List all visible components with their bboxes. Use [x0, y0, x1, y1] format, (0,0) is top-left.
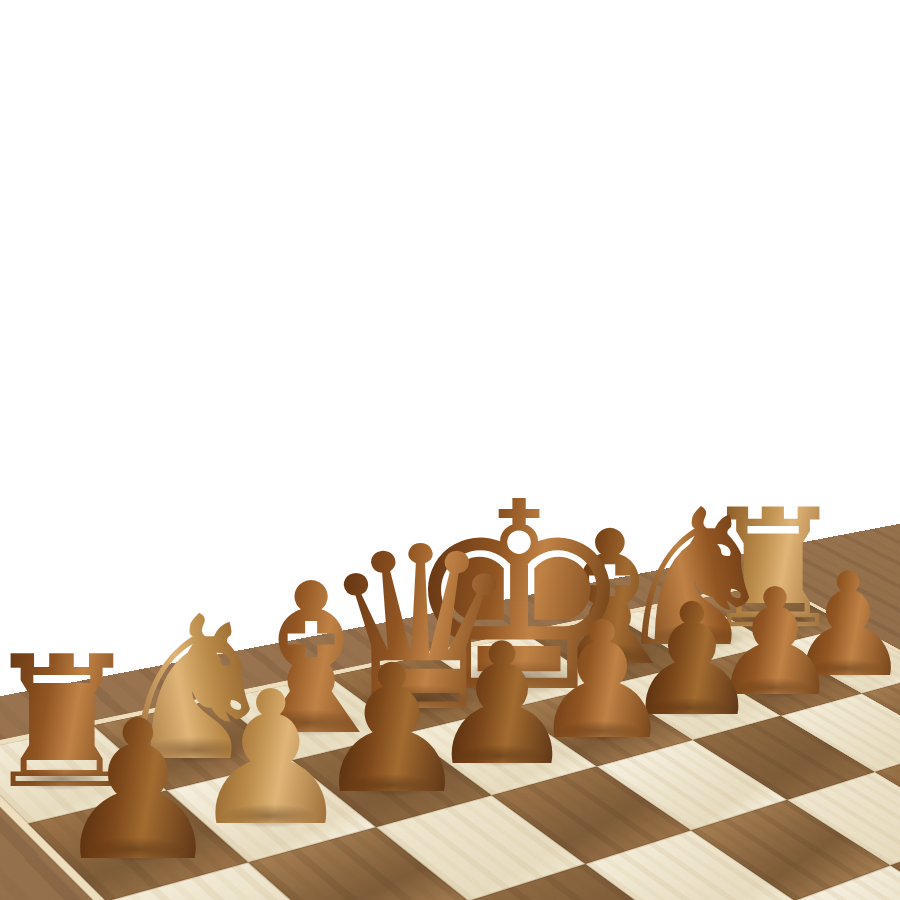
chessboard — [0, 519, 900, 900]
chess-photo-stage: ♜♞♝♛♚♝♞♜♟♟♟♟♟♟♟♟ — [0, 0, 900, 900]
